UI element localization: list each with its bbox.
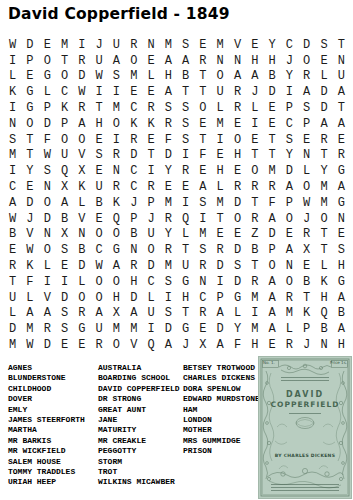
grid-cell: L <box>177 227 194 243</box>
word-item: WILKINS MICAWBER <box>98 477 180 487</box>
word-item: MARTHA <box>8 425 85 435</box>
grid-cell: S <box>56 321 73 337</box>
grid-cell: B <box>333 306 350 322</box>
word-item: AGNES <box>8 363 85 373</box>
grid-cell: A <box>160 84 177 100</box>
grid-cell: H <box>246 337 263 353</box>
grid-cell: L <box>4 69 21 85</box>
grid-cell: Y <box>229 321 246 337</box>
grid-cell: N <box>73 227 90 243</box>
word-item: CHARLES DICKENS <box>183 373 260 383</box>
grid-cell: W <box>4 37 21 53</box>
grid-cell: L <box>73 274 90 290</box>
grid-cell: V <box>21 227 38 243</box>
grid-cell: O <box>90 290 107 306</box>
grid-cell: E <box>315 53 332 69</box>
grid-cell: L <box>142 290 159 306</box>
word-item: BETSEY TROTWOOD <box>183 363 260 373</box>
grid-cell: M <box>246 290 263 306</box>
grid-cell: V <box>229 37 246 53</box>
grid-cell: I <box>4 53 21 69</box>
word-item: PEGGOTTY <box>98 446 180 456</box>
grid-cell: A <box>246 69 263 85</box>
grid-cell: O <box>315 211 332 227</box>
grid-cell: I <box>246 306 263 322</box>
grid-cell: W <box>90 69 107 85</box>
grid-cell: O <box>73 290 90 306</box>
grid-cell: R <box>281 290 298 306</box>
grid-cell: B <box>73 242 90 258</box>
grid-cell: M <box>263 163 280 179</box>
grid-cell: S <box>90 148 107 164</box>
grid-cell: E <box>246 37 263 53</box>
grid-cell: B <box>90 195 107 211</box>
grid-cell: W <box>90 258 107 274</box>
grid-cell: H <box>229 148 246 164</box>
word-item: TOMMY TRADDLES <box>8 467 85 477</box>
grid-cell: L <box>212 100 229 116</box>
grid-cell: X <box>56 179 73 195</box>
grid-cell: L <box>281 321 298 337</box>
grid-cell: S <box>194 195 211 211</box>
grid-cell: R <box>125 132 142 148</box>
grid-cell: B <box>298 274 315 290</box>
grid-cell: D <box>125 148 142 164</box>
word-item: LONDON <box>183 415 260 425</box>
word-item: AUSTRALIA <box>98 363 180 373</box>
grid-cell: X <box>56 227 73 243</box>
grid-cell: G <box>177 321 194 337</box>
grid-cell: F <box>263 195 280 211</box>
grid-cell: O <box>298 53 315 69</box>
grid-cell: H <box>246 53 263 69</box>
grid-cell: R <box>298 227 315 243</box>
grid-cell: J <box>125 195 142 211</box>
grid-cell: D <box>4 321 21 337</box>
word-item: MOTHER <box>183 425 260 435</box>
grid-cell: V <box>39 290 56 306</box>
grid-cell: N <box>39 179 56 195</box>
grid-cell: N <box>333 53 350 69</box>
grid-cell: P <box>142 195 159 211</box>
grid-cell: F <box>160 132 177 148</box>
word-item: DORA SPENLOW <box>183 384 260 394</box>
grid-cell: R <box>298 69 315 85</box>
grid-cell: E <box>125 84 142 100</box>
grid-cell: U <box>90 53 107 69</box>
grid-cell: O <box>281 211 298 227</box>
grid-cell: A <box>90 306 107 322</box>
grid-cell: P <box>212 290 229 306</box>
grid-cell: T <box>21 148 38 164</box>
grid-cell: R <box>142 179 159 195</box>
word-item: JAMES STEERFORTH <box>8 415 85 425</box>
grid-cell: T <box>177 306 194 322</box>
grid-cell: P <box>56 116 73 132</box>
grid-cell: S <box>194 242 211 258</box>
grid-cell: D <box>21 195 38 211</box>
grid-cell: O <box>212 69 229 85</box>
grid-cell: F <box>229 337 246 353</box>
grid-cell: E <box>229 227 246 243</box>
grid-cell: P <box>21 53 38 69</box>
grid-cell: G <box>21 100 38 116</box>
book-cover: No. 1. Price 1s. DAVID COPPERFIELD BY CH… <box>259 357 351 498</box>
grid-cell: C <box>125 179 142 195</box>
grid-cell: C <box>281 116 298 132</box>
grid-cell: W <box>21 337 38 353</box>
grid-cell: A <box>177 53 194 69</box>
grid-cell: H <box>90 116 107 132</box>
grid-cell: E <box>333 227 350 243</box>
grid-cell: S <box>160 274 177 290</box>
grid-cell: T <box>142 148 159 164</box>
grid-cell: D <box>229 242 246 258</box>
grid-cell: E <box>298 132 315 148</box>
grid-cell: A <box>73 116 90 132</box>
grid-cell: G <box>39 69 56 85</box>
grid-cell: A <box>333 116 350 132</box>
grid-cell: E <box>56 258 73 274</box>
word-item: TROT <box>98 467 180 477</box>
grid-cell: L <box>315 69 332 85</box>
grid-cell: O <box>108 116 125 132</box>
word-item: DR STRONG <box>98 394 180 404</box>
grid-cell: E <box>56 337 73 353</box>
grid-cell: M <box>160 258 177 274</box>
grid-cell: N <box>108 163 125 179</box>
grid-cell: D <box>229 195 246 211</box>
grid-cell: R <box>125 258 142 274</box>
grid-cell: X <box>108 306 125 322</box>
grid-cell: A <box>212 337 229 353</box>
grid-cell: D <box>39 116 56 132</box>
grid-cell: S <box>39 163 56 179</box>
grid-cell: P <box>281 100 298 116</box>
word-list-column-1: AGNESBLUNDERSTONECHILDHOODDOVEREMLYJAMES… <box>8 363 85 488</box>
grid-cell: A <box>160 337 177 353</box>
word-list-column-3: BETSEY TROTWOODCHARLES DICKENSDORA SPENL… <box>183 363 260 457</box>
grid-cell: I <box>212 274 229 290</box>
grid-cell: A <box>229 69 246 85</box>
grid-cell: E <box>90 163 107 179</box>
word-item: CHILDHOOD <box>8 384 85 394</box>
grid-cell: U <box>108 37 125 53</box>
grid-cell: F <box>194 148 211 164</box>
grid-cell: T <box>194 84 211 100</box>
grid-cell: T <box>21 132 38 148</box>
grid-cell: T <box>333 100 350 116</box>
grid-cell: X <box>298 242 315 258</box>
grid-cell: B <box>263 69 280 85</box>
grid-cell: I <box>177 148 194 164</box>
grid-cell: C <box>142 274 159 290</box>
grid-cell: R <box>194 53 211 69</box>
grid-cell: D <box>315 84 332 100</box>
grid-cell: T <box>194 69 211 85</box>
grid-cell: K <box>125 116 142 132</box>
grid-cell: O <box>39 53 56 69</box>
grid-cell: A <box>333 84 350 100</box>
grid-cell: Y <box>160 227 177 243</box>
grid-cell: O <box>21 116 38 132</box>
grid-cell: A <box>21 306 38 322</box>
grid-cell: O <box>142 242 159 258</box>
grid-cell: C <box>281 37 298 53</box>
grid-cell: T <box>56 53 73 69</box>
grid-cell: E <box>333 132 350 148</box>
grid-cell: P <box>298 321 315 337</box>
grid-cell: O <box>229 132 246 148</box>
grid-cell: R <box>229 100 246 116</box>
grid-cell: C <box>125 163 142 179</box>
cover-smallprint-bottom <box>271 484 339 491</box>
word-item: EMLY <box>8 405 85 415</box>
grid-cell: A <box>333 179 350 195</box>
grid-cell: A <box>108 53 125 69</box>
grid-cell: W <box>298 195 315 211</box>
grid-cell: B <box>177 69 194 85</box>
grid-cell: I <box>108 132 125 148</box>
grid-cell: T <box>315 148 332 164</box>
grid-cell: N <box>4 116 21 132</box>
grid-cell: S <box>315 37 332 53</box>
grid-cell: E <box>246 132 263 148</box>
grid-cell: P <box>298 116 315 132</box>
grid-cell: A <box>263 211 280 227</box>
word-item: GREAT AUNT <box>98 405 180 415</box>
grid-cell: R <box>142 100 159 116</box>
word-item: BOARDING SCHOOL <box>98 373 180 383</box>
word-item: MR WICKFIELD <box>8 446 85 456</box>
grid-cell: K <box>56 100 73 116</box>
grid-cell: I <box>90 84 107 100</box>
grid-cell: N <box>229 53 246 69</box>
grid-cell: R <box>246 179 263 195</box>
grid-cell: D <box>263 227 280 243</box>
grid-cell: O <box>108 337 125 353</box>
grid-cell: S <box>177 100 194 116</box>
grid-cell: E <box>194 163 211 179</box>
grid-cell: H <box>315 290 332 306</box>
grid-cell: G <box>108 242 125 258</box>
grid-cell: U <box>177 258 194 274</box>
grid-cell: D <box>21 37 38 53</box>
grid-cell: L <box>212 179 229 195</box>
grid-cell: J <box>177 337 194 353</box>
grid-cell: A <box>125 306 142 322</box>
grid-cell: R <box>90 337 107 353</box>
grid-cell: G <box>21 84 38 100</box>
grid-cell: Q <box>56 163 73 179</box>
grid-cell: M <box>160 37 177 53</box>
grid-cell: E <box>194 116 211 132</box>
grid-cell: H <box>177 290 194 306</box>
grid-cell: E <box>21 69 38 85</box>
grid-cell: M <box>212 195 229 211</box>
grid-cell: N <box>39 227 56 243</box>
grid-cell: Y <box>263 37 280 53</box>
cover-title-line2: COPPERFIELD <box>259 400 351 409</box>
grid-cell: E <box>194 321 211 337</box>
grid-cell: D <box>160 148 177 164</box>
grid-cell: K <box>21 258 38 274</box>
grid-cell: Y <box>281 69 298 85</box>
grid-cell: A <box>212 306 229 322</box>
grid-cell: R <box>73 306 90 322</box>
grid-cell: E <box>212 148 229 164</box>
grid-cell: L <box>39 258 56 274</box>
grid-cell: A <box>263 274 280 290</box>
page: { "title": "David Copperfield - 1849", "… <box>0 0 353 500</box>
grid-cell: T <box>315 227 332 243</box>
grid-cell: M <box>56 37 73 53</box>
grid-cell: C <box>125 100 142 116</box>
word-item: STORM <box>98 457 180 467</box>
cover-smallprint-top <box>281 377 329 382</box>
grid-cell: L <box>39 84 56 100</box>
grid-cell: S <box>160 100 177 116</box>
grid-cell: I <box>4 100 21 116</box>
word-list-column-2: AUSTRALIABOARDING SCHOOLDAVID COPPERFIEL… <box>98 363 180 488</box>
grid-cell: E <box>298 258 315 274</box>
grid-cell: O <box>298 179 315 195</box>
grid-cell: E <box>160 179 177 195</box>
grid-cell: J <box>90 37 107 53</box>
grid-cell: S <box>4 132 21 148</box>
grid-cell: E <box>263 116 280 132</box>
grid-cell: I <box>212 132 229 148</box>
grid-cell: M <box>125 69 142 85</box>
grid-cell: H <box>333 337 350 353</box>
grid-cell: K <box>315 274 332 290</box>
word-item: MR BARKIS <box>8 436 85 446</box>
grid-cell: M <box>315 179 332 195</box>
word-item: DAVID COPPERFIELD <box>98 384 180 394</box>
grid-cell: I <box>194 211 211 227</box>
grid-cell: X <box>194 337 211 353</box>
grid-cell: I <box>160 290 177 306</box>
grid-cell: H <box>125 274 142 290</box>
grid-cell: I <box>4 163 21 179</box>
grid-cell: E <box>90 211 107 227</box>
grid-cell: A <box>281 179 298 195</box>
grid-cell: T <box>4 274 21 290</box>
grid-cell: T <box>246 195 263 211</box>
grid-cell: I <box>39 274 56 290</box>
grid-cell: Y <box>21 163 38 179</box>
grid-cell: D <box>229 274 246 290</box>
grid-cell: M <box>194 227 211 243</box>
grid-cell: R <box>108 148 125 164</box>
grid-cell: C <box>4 179 21 195</box>
grid-cell: E <box>281 227 298 243</box>
grid-cell: L <box>73 195 90 211</box>
word-item: BLUNDERSTONE <box>8 373 85 383</box>
grid-cell: T <box>177 242 194 258</box>
grid-cell: N <box>333 211 350 227</box>
cover-smallprint-mid <box>289 413 321 416</box>
grid-cell: R <box>315 132 332 148</box>
grid-cell: O <box>90 227 107 243</box>
grid-cell: S <box>177 116 194 132</box>
grid-cell: N <box>212 53 229 69</box>
grid-cell: A <box>315 116 332 132</box>
grid-cell: E <box>73 337 90 353</box>
grid-cell: D <box>160 321 177 337</box>
grid-cell: M <box>281 306 298 322</box>
grid-cell: G <box>229 290 246 306</box>
grid-cell: O <box>125 53 142 69</box>
grid-cell: S <box>298 100 315 116</box>
grid-cell: A <box>298 84 315 100</box>
grid-cell: K <box>4 84 21 100</box>
grid-cell: R <box>333 148 350 164</box>
grid-cell: M <box>4 337 21 353</box>
grid-cell: O <box>281 274 298 290</box>
grid-cell: O <box>39 195 56 211</box>
grid-cell: O <box>229 211 246 227</box>
grid-cell: H <box>108 290 125 306</box>
grid-cell: R <box>160 116 177 132</box>
grid-cell: T <box>212 211 229 227</box>
grid-cell: R <box>246 274 263 290</box>
grid-cell: A <box>281 242 298 258</box>
grid-cell: E <box>90 132 107 148</box>
grid-cell: I <box>56 274 73 290</box>
grid-cell: J <box>21 211 38 227</box>
word-item: DOVER <box>8 394 85 404</box>
grid-cell: C <box>56 84 73 100</box>
grid-cell: K <box>108 195 125 211</box>
grid-cell: N <box>315 337 332 353</box>
grid-cell: D <box>125 290 142 306</box>
grid-cell: P <box>125 211 142 227</box>
grid-cell: A <box>108 258 125 274</box>
grid-cell: L <box>315 258 332 274</box>
word-item: MRS GUMMIDGE <box>183 436 260 446</box>
grid-cell: M <box>4 148 21 164</box>
grid-cell: C <box>90 242 107 258</box>
grid-cell: G <box>73 321 90 337</box>
grid-cell: I <box>142 163 159 179</box>
grid-cell: I <box>177 195 194 211</box>
grid-cell: R <box>281 337 298 353</box>
grid-cell: A <box>194 179 211 195</box>
grid-cell: H <box>212 163 229 179</box>
grid-cell: Y <box>281 148 298 164</box>
grid-cell: D <box>298 37 315 53</box>
grid-cell: N <box>125 242 142 258</box>
grid-cell: E <box>21 179 38 195</box>
grid-cell: R <box>39 321 56 337</box>
grid-cell: M <box>246 321 263 337</box>
grid-cell: L <box>21 290 38 306</box>
word-item: PRISON <box>183 446 260 456</box>
grid-cell: O <box>90 274 107 290</box>
grid-cell: E <box>229 163 246 179</box>
grid-cell: R <box>229 84 246 100</box>
word-item: URIAH HEEP <box>8 477 85 487</box>
grid-cell: E <box>194 37 211 53</box>
grid-cell: W <box>39 148 56 164</box>
grid-cell: N <box>281 258 298 274</box>
grid-cell: J <box>298 211 315 227</box>
grid-cell: X <box>73 163 90 179</box>
grid-cell: O <box>108 227 125 243</box>
grid-cell: A <box>160 53 177 69</box>
letter-grid: WDEMIJURNMSEMVEYCDSTIPOTRUAOEAARNNHHJOEN… <box>4 37 350 353</box>
